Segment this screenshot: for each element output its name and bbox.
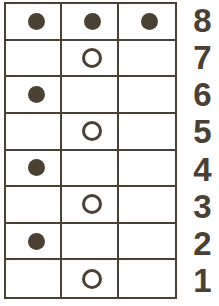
grid-cell-r7-c2 (62, 41, 118, 78)
grid-cell-r4-c2 (62, 151, 118, 188)
grid-cell-r4-c3 (119, 151, 175, 188)
grid-cell-r3-c2 (62, 187, 118, 224)
grid-cell-r6-c2 (62, 77, 118, 114)
grid-cell-r5-c1 (6, 114, 62, 151)
grid-cell-r5-c3 (119, 114, 175, 151)
grid-cell-r7-c1 (6, 41, 62, 78)
row-label-1: 1 (186, 262, 219, 299)
grid-cell-r7-c3 (119, 41, 175, 78)
grid-cell-r1-c1 (6, 260, 62, 297)
grid-cell-r3-c3 (119, 187, 175, 224)
open-dot (82, 48, 102, 68)
grid-cell-r8-c1 (6, 4, 62, 41)
row-label-6: 6 (186, 76, 219, 113)
grid-cell-r8-c2 (62, 4, 118, 41)
row-label-5: 5 (186, 113, 219, 150)
grid-cell-r6-c3 (119, 77, 175, 114)
filled-dot (84, 13, 101, 30)
grid-cell-r1-c2 (62, 260, 118, 297)
grid-cell-r2-c2 (62, 224, 118, 261)
grid-cell-r8-c3 (119, 4, 175, 41)
open-dot (82, 194, 102, 214)
grid-cell-r3-c1 (6, 187, 62, 224)
open-dot (82, 121, 102, 141)
row-label-2: 2 (186, 225, 219, 262)
row-label-4: 4 (186, 151, 219, 188)
pattern-chart: 87654321 (0, 0, 219, 306)
row-label-3: 3 (186, 188, 219, 225)
filled-dot (28, 233, 45, 250)
grid-cell-r5-c2 (62, 114, 118, 151)
grid-cell-r4-c1 (6, 151, 62, 188)
row-label-7: 7 (186, 39, 219, 76)
grid-cell-r2-c3 (119, 224, 175, 261)
grid-cell-r6-c1 (6, 77, 62, 114)
filled-dot (28, 159, 45, 176)
row-label-8: 8 (186, 2, 219, 39)
pattern-grid (4, 2, 177, 299)
filled-dot (141, 13, 158, 30)
open-dot (82, 269, 102, 289)
grid-cell-r1-c3 (119, 260, 175, 297)
filled-dot (28, 86, 45, 103)
row-labels: 87654321 (186, 2, 219, 299)
filled-dot (28, 13, 45, 30)
grid-cell-r2-c1 (6, 224, 62, 261)
